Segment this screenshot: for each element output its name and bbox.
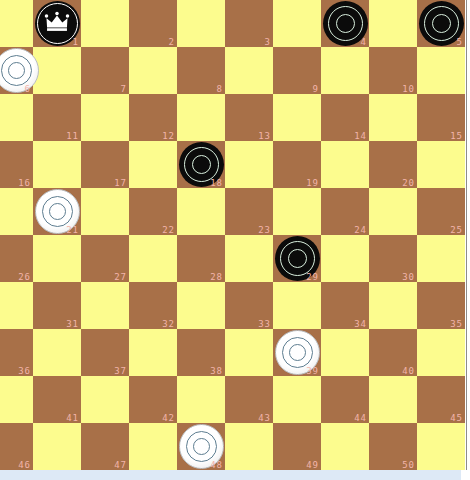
square-number: 35 <box>450 320 463 328</box>
square-number: 15 <box>450 132 463 140</box>
light-square <box>321 235 369 282</box>
light-square <box>0 282 33 329</box>
light-square <box>321 141 369 188</box>
light-square <box>33 141 81 188</box>
light-square <box>81 376 129 423</box>
square-40[interactable]: 40 <box>369 329 417 376</box>
light-square <box>129 423 177 470</box>
square-number: 37 <box>114 367 127 375</box>
square-6[interactable]: 6 <box>0 47 33 94</box>
square-number: 24 <box>354 226 367 234</box>
square-13[interactable]: 13 <box>225 94 273 141</box>
square-number: 8 <box>217 85 223 93</box>
square-34[interactable]: 34 <box>321 282 369 329</box>
square-number: 47 <box>114 461 127 469</box>
piece-ring <box>8 62 25 79</box>
window-edge-line <box>466 0 467 470</box>
light-square <box>177 282 225 329</box>
square-number: 44 <box>354 414 367 422</box>
light-square <box>225 47 273 94</box>
square-number: 42 <box>162 414 175 422</box>
bottom-bar <box>0 470 461 480</box>
square-number: 21 <box>66 226 79 234</box>
square-number: 1 <box>73 38 79 46</box>
square-number: 32 <box>162 320 175 328</box>
square-number: 31 <box>66 320 79 328</box>
square-16[interactable]: 16 <box>0 141 33 188</box>
piece-ring <box>49 203 66 220</box>
square-number: 12 <box>162 132 175 140</box>
square-number: 46 <box>18 461 31 469</box>
light-square <box>225 235 273 282</box>
square-number: 19 <box>306 179 319 187</box>
light-square <box>417 329 465 376</box>
light-square <box>129 329 177 376</box>
light-square <box>321 423 369 470</box>
square-number: 23 <box>258 226 271 234</box>
light-square <box>0 0 33 47</box>
light-square <box>0 376 33 423</box>
square-number: 28 <box>210 273 223 281</box>
square-number: 17 <box>114 179 127 187</box>
light-square <box>417 423 465 470</box>
square-number: 33 <box>258 320 271 328</box>
light-square <box>225 141 273 188</box>
square-25[interactable]: 25 <box>417 188 465 235</box>
light-square <box>273 94 321 141</box>
square-number: 45 <box>450 414 463 422</box>
square-number: 30 <box>402 273 415 281</box>
light-square <box>369 0 417 47</box>
square-21[interactable]: 21 <box>33 188 81 235</box>
square-number: 39 <box>306 367 319 375</box>
square-20[interactable]: 20 <box>369 141 417 188</box>
square-number: 2 <box>169 38 175 46</box>
light-square <box>225 329 273 376</box>
square-45[interactable]: 45 <box>417 376 465 423</box>
light-square <box>273 188 321 235</box>
square-35[interactable]: 35 <box>417 282 465 329</box>
square-26[interactable]: 26 <box>0 235 33 282</box>
square-number: 48 <box>210 461 223 469</box>
square-14[interactable]: 14 <box>321 94 369 141</box>
light-square <box>81 188 129 235</box>
piece-ring <box>193 438 210 455</box>
light-square <box>369 188 417 235</box>
square-29[interactable]: 29 <box>273 235 321 282</box>
square-4[interactable]: 4 <box>321 0 369 47</box>
square-number: 9 <box>313 85 319 93</box>
light-square <box>321 329 369 376</box>
piece-ring <box>288 249 307 268</box>
square-12[interactable]: 12 <box>129 94 177 141</box>
square-number: 26 <box>18 273 31 281</box>
square-36[interactable]: 36 <box>0 329 33 376</box>
square-10[interactable]: 10 <box>369 47 417 94</box>
square-number: 36 <box>18 367 31 375</box>
square-number: 22 <box>162 226 175 234</box>
light-square <box>33 329 81 376</box>
square-7[interactable]: 7 <box>81 47 129 94</box>
square-44[interactable]: 44 <box>321 376 369 423</box>
light-square <box>177 188 225 235</box>
square-32[interactable]: 32 <box>129 282 177 329</box>
square-22[interactable]: 22 <box>129 188 177 235</box>
square-41[interactable]: 41 <box>33 376 81 423</box>
light-square <box>81 282 129 329</box>
light-square <box>129 235 177 282</box>
square-2[interactable]: 2 <box>129 0 177 47</box>
square-49[interactable]: 49 <box>273 423 321 470</box>
light-square <box>369 94 417 141</box>
square-47[interactable]: 47 <box>81 423 129 470</box>
light-square <box>33 47 81 94</box>
square-3[interactable]: 3 <box>225 0 273 47</box>
square-number: 20 <box>402 179 415 187</box>
square-number: 18 <box>210 179 223 187</box>
light-square <box>33 423 81 470</box>
square-number: 13 <box>258 132 271 140</box>
square-28[interactable]: 28 <box>177 235 225 282</box>
light-square <box>369 376 417 423</box>
light-square <box>129 141 177 188</box>
square-42[interactable]: 42 <box>129 376 177 423</box>
square-30[interactable]: 30 <box>369 235 417 282</box>
light-square <box>321 47 369 94</box>
light-square <box>225 423 273 470</box>
board: 1234567891011121314151617181920212223242… <box>0 0 465 470</box>
square-number: 34 <box>354 320 367 328</box>
square-50[interactable]: 50 <box>369 423 417 470</box>
square-number: 50 <box>402 461 415 469</box>
piece-ring <box>432 14 451 33</box>
light-square <box>273 282 321 329</box>
square-number: 6 <box>25 85 31 93</box>
square-15[interactable]: 15 <box>417 94 465 141</box>
square-46[interactable]: 46 <box>0 423 33 470</box>
square-number: 4 <box>361 38 367 46</box>
square-number: 25 <box>450 226 463 234</box>
light-square <box>369 282 417 329</box>
square-number: 49 <box>306 461 319 469</box>
light-square <box>0 94 33 141</box>
square-number: 16 <box>18 179 31 187</box>
square-43[interactable]: 43 <box>225 376 273 423</box>
light-square <box>81 0 129 47</box>
light-square <box>273 0 321 47</box>
square-39[interactable]: 39 <box>273 329 321 376</box>
light-square <box>177 376 225 423</box>
square-1[interactable]: 1 <box>33 0 81 47</box>
square-number: 10 <box>402 85 415 93</box>
square-9[interactable]: 9 <box>273 47 321 94</box>
square-number: 5 <box>457 38 463 46</box>
light-square <box>81 94 129 141</box>
square-number: 40 <box>402 367 415 375</box>
piece-ring <box>336 14 355 33</box>
light-square <box>129 47 177 94</box>
square-number: 14 <box>354 132 367 140</box>
square-number: 29 <box>306 273 319 281</box>
piece-ring <box>192 155 211 174</box>
square-17[interactable]: 17 <box>81 141 129 188</box>
square-38[interactable]: 38 <box>177 329 225 376</box>
square-8[interactable]: 8 <box>177 47 225 94</box>
square-19[interactable]: 19 <box>273 141 321 188</box>
square-33[interactable]: 33 <box>225 282 273 329</box>
light-square <box>273 376 321 423</box>
square-48[interactable]: 48 <box>177 423 225 470</box>
square-number: 3 <box>265 38 271 46</box>
square-27[interactable]: 27 <box>81 235 129 282</box>
square-number: 27 <box>114 273 127 281</box>
light-square <box>417 235 465 282</box>
light-square <box>33 235 81 282</box>
light-square <box>417 141 465 188</box>
square-number: 38 <box>210 367 223 375</box>
square-37[interactable]: 37 <box>81 329 129 376</box>
square-11[interactable]: 11 <box>33 94 81 141</box>
light-square <box>177 0 225 47</box>
square-23[interactable]: 23 <box>225 188 273 235</box>
piece-ring <box>289 344 306 361</box>
square-31[interactable]: 31 <box>33 282 81 329</box>
square-number: 43 <box>258 414 271 422</box>
square-24[interactable]: 24 <box>321 188 369 235</box>
square-18[interactable]: 18 <box>177 141 225 188</box>
square-number: 41 <box>66 414 79 422</box>
square-5[interactable]: 5 <box>417 0 465 47</box>
square-number: 11 <box>66 132 79 140</box>
light-square <box>0 188 33 235</box>
king-crown-icon <box>44 11 71 36</box>
page: 1234567891011121314151617181920212223242… <box>0 0 470 480</box>
light-square <box>177 94 225 141</box>
light-square <box>417 47 465 94</box>
square-number: 7 <box>121 85 127 93</box>
